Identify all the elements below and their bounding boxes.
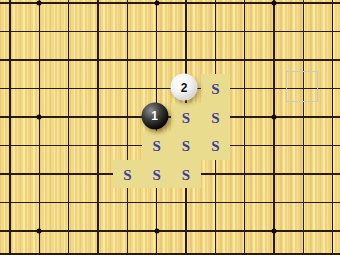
stone-label: 1 [151,110,158,122]
white-stone-2[interactable]: 2 [170,74,197,101]
go-board[interactable]: SSSSSSSSS 12 [0,0,340,255]
stone-label: 2 [181,81,188,93]
stones-layer: 12 [0,0,340,255]
black-stone-1[interactable]: 1 [141,102,168,129]
